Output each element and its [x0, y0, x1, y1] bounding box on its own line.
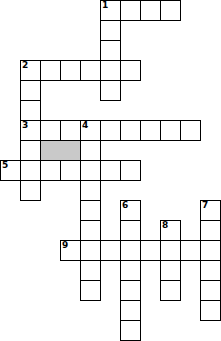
crossword-cell[interactable]: [20, 140, 41, 161]
crossword-cell[interactable]: 5: [0, 160, 21, 181]
crossword-cell[interactable]: [60, 160, 81, 181]
crossword-cell[interactable]: [200, 280, 221, 301]
clue-number: 3: [22, 121, 28, 130]
crossword-cell[interactable]: [40, 120, 61, 141]
crossword-cell[interactable]: [200, 240, 221, 261]
crossword-cell[interactable]: [80, 180, 101, 201]
crossword-cell[interactable]: [40, 60, 61, 81]
crossword-cell[interactable]: [160, 260, 181, 281]
crossword-cell[interactable]: [100, 160, 121, 181]
crossword-cell[interactable]: 7: [200, 200, 221, 221]
crossword-cell[interactable]: [120, 320, 141, 341]
crossword-cell[interactable]: [60, 60, 81, 81]
crossword-cell[interactable]: [160, 120, 181, 141]
crossword-cell[interactable]: [80, 200, 101, 221]
crossword-cell[interactable]: [120, 240, 141, 261]
crossword-cell[interactable]: [120, 160, 141, 181]
crossword-cell[interactable]: [80, 140, 101, 161]
crossword-cell[interactable]: [20, 180, 41, 201]
crossword-cell[interactable]: [80, 280, 101, 301]
crossword-cell[interactable]: [60, 120, 81, 141]
crossword-cell[interactable]: [100, 20, 121, 41]
crossword-cell[interactable]: [140, 120, 161, 141]
crossword-cell[interactable]: 6: [120, 200, 141, 221]
crossword-cell[interactable]: [20, 80, 41, 101]
crossword-cell[interactable]: [80, 220, 101, 241]
crossword-cell[interactable]: [80, 240, 101, 261]
crossword-board: 123456789: [0, 0, 221, 341]
crossword-cell[interactable]: [160, 280, 181, 301]
clue-number: 1: [102, 1, 108, 10]
crossword-cell[interactable]: [80, 60, 101, 81]
crossword-cell[interactable]: [120, 120, 141, 141]
crossword-cell[interactable]: [80, 160, 101, 181]
crossword-cell[interactable]: [20, 160, 41, 181]
crossword-cell[interactable]: [140, 0, 161, 21]
clue-number: 2: [22, 61, 28, 70]
crossword-cell[interactable]: 3: [20, 120, 41, 141]
clue-number: 6: [122, 201, 128, 210]
shaded-cell: [60, 140, 81, 161]
crossword-cell[interactable]: [200, 220, 221, 241]
crossword-cell[interactable]: [40, 160, 61, 181]
crossword-cell[interactable]: [100, 60, 121, 81]
crossword-cell[interactable]: [80, 260, 101, 281]
crossword-cell[interactable]: [20, 100, 41, 121]
crossword-cell[interactable]: [200, 300, 221, 321]
crossword-cell[interactable]: 2: [20, 60, 41, 81]
clue-number: 8: [162, 221, 168, 230]
crossword-cell[interactable]: [100, 240, 121, 261]
crossword-cell[interactable]: [120, 0, 141, 21]
crossword-cell[interactable]: 1: [100, 0, 121, 21]
shaded-cell: [40, 140, 61, 161]
crossword-cell[interactable]: [120, 60, 141, 81]
crossword-cell[interactable]: [120, 280, 141, 301]
crossword-cell[interactable]: [160, 0, 181, 21]
crossword-cell[interactable]: [120, 260, 141, 281]
crossword-cell[interactable]: 4: [80, 120, 101, 141]
clue-number: 4: [82, 121, 88, 130]
crossword-cell[interactable]: 9: [60, 240, 81, 261]
clue-number: 7: [202, 201, 208, 210]
crossword-cell[interactable]: [100, 120, 121, 141]
crossword-cell[interactable]: [100, 80, 121, 101]
crossword-cell[interactable]: [180, 120, 201, 141]
crossword-cell[interactable]: [120, 220, 141, 241]
crossword-cell[interactable]: [140, 240, 161, 261]
crossword-cell[interactable]: [200, 260, 221, 281]
crossword-cell[interactable]: [180, 240, 201, 261]
crossword-cell[interactable]: 8: [160, 220, 181, 241]
clue-number: 5: [2, 161, 8, 170]
crossword-cell[interactable]: [120, 300, 141, 321]
crossword-cell[interactable]: [160, 240, 181, 261]
clue-number: 9: [62, 241, 68, 250]
crossword-cell[interactable]: [100, 40, 121, 61]
